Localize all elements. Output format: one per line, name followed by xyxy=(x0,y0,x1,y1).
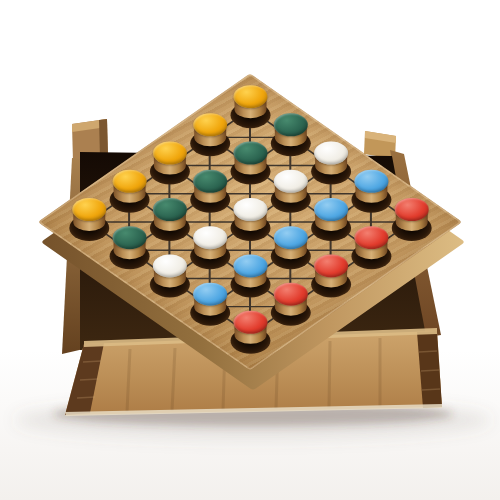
peg-top-white xyxy=(193,226,227,249)
peg-top-yellow xyxy=(233,85,267,108)
peg-top-white xyxy=(152,254,186,277)
peg-top-red xyxy=(314,254,348,277)
peg-top-white xyxy=(273,169,307,192)
peg-top-blue xyxy=(193,282,227,305)
peg-top-red xyxy=(233,310,267,333)
peg-top-red xyxy=(394,197,428,220)
peg-red[interactable] xyxy=(222,306,279,363)
peg-top-green xyxy=(233,141,267,164)
peg-top-green xyxy=(273,113,307,136)
peg-socket xyxy=(222,306,279,363)
peg-top-red xyxy=(354,226,388,249)
peg-top-yellow xyxy=(112,169,146,192)
peg-top-green xyxy=(152,197,186,220)
peg-top-green xyxy=(112,226,146,249)
product-photo-scene xyxy=(0,0,500,500)
box-back-left-corner-edge xyxy=(99,119,108,158)
peg-top-blue xyxy=(233,254,267,277)
peg-top-white xyxy=(314,141,348,164)
peg-top-yellow xyxy=(193,113,227,136)
peg-top-white xyxy=(233,197,267,220)
peg-top-yellow xyxy=(152,141,186,164)
peg-top-blue xyxy=(273,226,307,249)
peg-top-yellow xyxy=(72,197,106,220)
board-point-r5c5[interactable] xyxy=(210,307,291,363)
peg-top-red xyxy=(273,282,307,305)
peg-top-green xyxy=(193,169,227,192)
peg-top-blue xyxy=(314,197,348,220)
peg-top-blue xyxy=(354,169,388,192)
